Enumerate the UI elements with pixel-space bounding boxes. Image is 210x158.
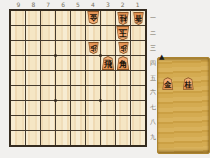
file-label-3: 3 bbox=[100, 1, 115, 9]
file-label-2: 2 bbox=[115, 1, 130, 9]
square-1-4[interactable] bbox=[131, 56, 145, 70]
square-3-3[interactable] bbox=[101, 41, 115, 55]
komadai-sente bbox=[157, 57, 210, 154]
piece-face: 飛 bbox=[102, 57, 113, 69]
square-5-4[interactable] bbox=[71, 56, 85, 70]
square-7-1[interactable] bbox=[41, 11, 55, 25]
square-6-6[interactable] bbox=[56, 86, 70, 100]
square-6-2[interactable] bbox=[56, 26, 70, 40]
square-9-6[interactable] bbox=[11, 86, 25, 100]
square-8-1[interactable] bbox=[26, 11, 40, 25]
square-7-3[interactable] bbox=[41, 41, 55, 55]
square-8-5[interactable] bbox=[26, 71, 40, 85]
square-4-6[interactable] bbox=[86, 86, 100, 100]
square-2-9[interactable] bbox=[116, 131, 130, 145]
rank-label-4: 四 bbox=[149, 56, 157, 71]
square-5-6[interactable] bbox=[71, 86, 85, 100]
square-8-2[interactable] bbox=[26, 26, 40, 40]
square-7-2[interactable] bbox=[41, 26, 55, 40]
square-8-7[interactable] bbox=[26, 101, 40, 115]
square-1-2[interactable] bbox=[131, 26, 145, 40]
piece-glyph: 飛 bbox=[104, 59, 113, 68]
square-5-1[interactable] bbox=[71, 11, 85, 25]
square-9-1[interactable] bbox=[11, 11, 25, 25]
square-7-9[interactable] bbox=[41, 131, 55, 145]
file-label-7: 7 bbox=[41, 1, 56, 9]
piece-gote-歩[interactable]: 歩 bbox=[118, 42, 129, 54]
file-label-9: 9 bbox=[11, 1, 26, 9]
square-2-8[interactable] bbox=[116, 116, 130, 130]
piece-face: 金 bbox=[163, 78, 173, 89]
piece-face: 桂 bbox=[118, 12, 128, 23]
file-label-1: 1 bbox=[130, 1, 145, 9]
piece-glyph: 桂 bbox=[185, 80, 193, 88]
square-6-9[interactable] bbox=[56, 131, 70, 145]
file-label-5: 5 bbox=[71, 1, 86, 9]
piece-glyph: 金 bbox=[89, 13, 97, 21]
square-8-6[interactable] bbox=[26, 86, 40, 100]
piece-face: 歩 bbox=[118, 43, 127, 53]
square-1-3[interactable] bbox=[131, 41, 145, 55]
square-3-7[interactable] bbox=[101, 101, 115, 115]
square-5-7[interactable] bbox=[71, 101, 85, 115]
file-label-6: 6 bbox=[56, 1, 71, 9]
piece-glyph: 金 bbox=[164, 80, 172, 88]
square-5-8[interactable] bbox=[71, 116, 85, 130]
rank-label-3: 三 bbox=[149, 41, 157, 56]
square-6-7[interactable] bbox=[56, 101, 70, 115]
piece-face: 角 bbox=[117, 57, 128, 69]
square-1-7[interactable] bbox=[131, 101, 145, 115]
rank-label-7: 七 bbox=[149, 100, 157, 115]
shogi-diagram: 987654321 一二三四五六七八九 金桂香玉歩歩飛角 ▲ 金桂 bbox=[0, 0, 210, 158]
piece-face: 歩 bbox=[88, 43, 97, 53]
square-9-5[interactable] bbox=[11, 71, 25, 85]
square-8-4[interactable] bbox=[26, 56, 40, 70]
square-4-8[interactable] bbox=[86, 116, 100, 130]
square-8-3[interactable] bbox=[26, 41, 40, 55]
piece-gote-香[interactable]: 香 bbox=[133, 12, 144, 25]
square-2-1[interactable]: 桂 bbox=[116, 11, 130, 25]
square-5-3[interactable] bbox=[71, 41, 85, 55]
square-4-2[interactable] bbox=[86, 26, 100, 40]
square-6-1[interactable] bbox=[56, 11, 70, 25]
piece-gote-歩[interactable]: 歩 bbox=[88, 42, 99, 54]
sente-marker-icon: ▲ bbox=[159, 54, 164, 61]
rank-labels: 一二三四五六七八九 bbox=[149, 11, 157, 145]
square-7-7[interactable] bbox=[41, 101, 55, 115]
square-8-9[interactable] bbox=[26, 131, 40, 145]
piece-sente-飛[interactable]: 飛 bbox=[102, 56, 115, 70]
file-labels: 987654321 bbox=[11, 1, 145, 9]
sente-hand: 金桂 bbox=[162, 76, 206, 91]
rank-label-1: 一 bbox=[149, 11, 157, 26]
square-3-9[interactable] bbox=[101, 131, 115, 145]
square-1-5[interactable] bbox=[131, 71, 145, 85]
square-3-8[interactable] bbox=[101, 116, 115, 130]
piece-sente-金[interactable]: 金 bbox=[162, 77, 174, 90]
piece-gote-桂[interactable]: 桂 bbox=[117, 12, 129, 25]
square-2-4[interactable]: 角 bbox=[116, 56, 130, 70]
square-3-2[interactable] bbox=[101, 26, 115, 40]
square-4-1[interactable]: 金 bbox=[86, 11, 100, 25]
square-9-9[interactable] bbox=[11, 131, 25, 145]
square-4-3[interactable]: 歩 bbox=[86, 41, 100, 55]
square-9-8[interactable] bbox=[11, 116, 25, 130]
square-2-5[interactable] bbox=[116, 71, 130, 85]
piece-glyph: 歩 bbox=[90, 44, 97, 51]
piece-face: 玉 bbox=[117, 27, 129, 40]
square-9-4[interactable] bbox=[11, 56, 25, 70]
square-7-6[interactable] bbox=[41, 86, 55, 100]
rank-label-5: 五 bbox=[149, 71, 157, 86]
square-4-7[interactable] bbox=[86, 101, 100, 115]
piece-gote-金[interactable]: 金 bbox=[87, 11, 100, 25]
file-label-8: 8 bbox=[26, 1, 41, 9]
square-6-3[interactable] bbox=[56, 41, 70, 55]
piece-glyph: 香 bbox=[134, 14, 142, 22]
square-2-3[interactable]: 歩 bbox=[116, 41, 130, 55]
square-4-5[interactable] bbox=[86, 71, 100, 85]
square-5-5[interactable] bbox=[71, 71, 85, 85]
square-1-6[interactable] bbox=[131, 86, 145, 100]
piece-gote-玉[interactable]: 玉 bbox=[116, 26, 130, 41]
piece-face: 金 bbox=[88, 12, 99, 24]
rank-label-9: 九 bbox=[149, 130, 157, 145]
square-3-1[interactable] bbox=[101, 11, 115, 25]
square-3-6[interactable] bbox=[101, 86, 115, 100]
square-9-2[interactable] bbox=[11, 26, 25, 40]
square-7-4[interactable] bbox=[41, 56, 55, 70]
square-2-2[interactable]: 玉 bbox=[116, 26, 130, 40]
square-9-3[interactable] bbox=[11, 41, 25, 55]
piece-glyph: 歩 bbox=[120, 44, 127, 51]
shogi-board: 金桂香玉歩歩飛角 bbox=[9, 9, 147, 147]
file-label-4: 4 bbox=[85, 1, 100, 9]
piece-sente-角[interactable]: 角 bbox=[117, 56, 130, 70]
piece-sente-桂[interactable]: 桂 bbox=[183, 77, 195, 90]
square-2-6[interactable] bbox=[116, 86, 130, 100]
piece-glyph: 桂 bbox=[119, 13, 127, 21]
piece-glyph: 玉 bbox=[119, 28, 128, 37]
square-1-1[interactable]: 香 bbox=[131, 11, 145, 25]
square-7-8[interactable] bbox=[41, 116, 55, 130]
square-7-5[interactable] bbox=[41, 71, 55, 85]
square-6-5[interactable] bbox=[56, 71, 70, 85]
rank-label-6: 六 bbox=[149, 85, 157, 100]
square-5-2[interactable] bbox=[71, 26, 85, 40]
board-squares: 金桂香玉歩歩飛角 bbox=[11, 11, 145, 145]
piece-glyph: 角 bbox=[119, 59, 128, 68]
square-3-4[interactable]: 飛 bbox=[101, 56, 115, 70]
piece-face: 香 bbox=[133, 12, 142, 23]
square-4-4[interactable] bbox=[86, 56, 100, 70]
square-1-9[interactable] bbox=[131, 131, 145, 145]
square-4-9[interactable] bbox=[86, 131, 100, 145]
square-8-8[interactable] bbox=[26, 116, 40, 130]
square-6-4[interactable] bbox=[56, 56, 70, 70]
piece-face: 桂 bbox=[183, 78, 193, 89]
square-1-8[interactable] bbox=[131, 116, 145, 130]
square-3-5[interactable] bbox=[101, 71, 115, 85]
square-6-8[interactable] bbox=[56, 116, 70, 130]
square-9-7[interactable] bbox=[11, 101, 25, 115]
rank-label-2: 二 bbox=[149, 26, 157, 41]
square-2-7[interactable] bbox=[116, 101, 130, 115]
rank-label-8: 八 bbox=[149, 115, 157, 130]
square-5-9[interactable] bbox=[71, 131, 85, 145]
